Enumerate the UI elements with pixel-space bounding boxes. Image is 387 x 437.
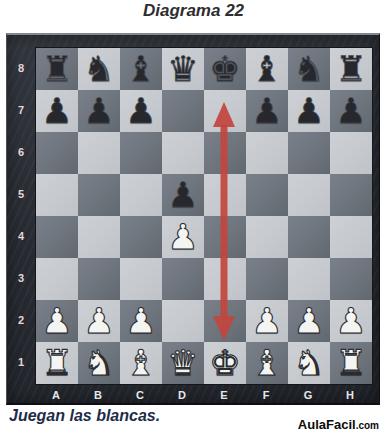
square-e7: [204, 90, 246, 132]
square-f8: ♝: [246, 48, 288, 90]
white-king: ♚: [204, 342, 246, 384]
square-e2: [204, 300, 246, 342]
square-b7: ♟: [78, 90, 120, 132]
square-b8: ♞: [78, 48, 120, 90]
black-bishop: ♝: [246, 48, 288, 90]
square-h5: [330, 174, 372, 216]
file-label-E: E: [203, 384, 245, 405]
square-h1: ♜: [330, 342, 372, 384]
square-f6: [246, 132, 288, 174]
square-c6: [120, 132, 162, 174]
square-g3: [288, 258, 330, 300]
square-a2: ♟: [36, 300, 78, 342]
black-bishop: ♝: [120, 48, 162, 90]
square-f4: [246, 216, 288, 258]
brand-suffix: .com: [356, 420, 379, 431]
square-d8: ♛: [162, 48, 204, 90]
white-queen: ♛: [162, 342, 204, 384]
file-label-D: D: [161, 384, 203, 405]
black-queen: ♛: [162, 48, 204, 90]
square-c5: [120, 174, 162, 216]
square-b2: ♟: [78, 300, 120, 342]
square-d1: ♛: [162, 342, 204, 384]
rank-label-4: 4: [7, 215, 35, 257]
rank-label-3: 3: [7, 257, 35, 299]
black-rook: ♜: [36, 48, 78, 90]
square-e8: ♚: [204, 48, 246, 90]
square-g7: ♟: [288, 90, 330, 132]
rank-label-6: 6: [7, 131, 35, 173]
black-king: ♚: [204, 48, 246, 90]
square-g4: [288, 216, 330, 258]
file-label-H: H: [329, 384, 371, 405]
square-h6: [330, 132, 372, 174]
square-e4: [204, 216, 246, 258]
square-g8: ♞: [288, 48, 330, 90]
square-h2: ♟: [330, 300, 372, 342]
square-h8: ♜: [330, 48, 372, 90]
square-d3: [162, 258, 204, 300]
square-b4: [78, 216, 120, 258]
square-h4: [330, 216, 372, 258]
file-label-C: C: [119, 384, 161, 405]
black-pawn: ♟: [120, 90, 162, 132]
black-rook: ♜: [330, 48, 372, 90]
file-label-F: F: [245, 384, 287, 405]
white-pawn: ♟: [120, 300, 162, 342]
file-label-B: B: [77, 384, 119, 405]
square-d6: [162, 132, 204, 174]
rank-labels: 87654321: [7, 47, 35, 383]
square-g2: ♟: [288, 300, 330, 342]
black-pawn: ♟: [78, 90, 120, 132]
square-c8: ♝: [120, 48, 162, 90]
square-f2: ♟: [246, 300, 288, 342]
rank-label-1: 1: [7, 341, 35, 383]
black-pawn: ♟: [36, 90, 78, 132]
brand-name: AulaFacil: [298, 417, 356, 432]
square-c2: ♟: [120, 300, 162, 342]
black-pawn: ♟: [288, 90, 330, 132]
square-c4: [120, 216, 162, 258]
square-d7: [162, 90, 204, 132]
square-b1: ♞: [78, 342, 120, 384]
file-label-G: G: [287, 384, 329, 405]
file-labels: ABCDEFGH: [35, 384, 371, 405]
square-f3: [246, 258, 288, 300]
square-f1: ♝: [246, 342, 288, 384]
square-e3: [204, 258, 246, 300]
square-a3: [36, 258, 78, 300]
square-a1: ♜: [36, 342, 78, 384]
square-b3: [78, 258, 120, 300]
rank-label-8: 8: [7, 47, 35, 89]
square-h7: ♟: [330, 90, 372, 132]
square-a8: ♜: [36, 48, 78, 90]
square-e1: ♚: [204, 342, 246, 384]
square-c3: [120, 258, 162, 300]
square-e5: [204, 174, 246, 216]
aulafacil-logo: AulaFacil.com: [298, 417, 379, 432]
square-b6: [78, 132, 120, 174]
square-d2: [162, 300, 204, 342]
black-knight: ♞: [288, 48, 330, 90]
diagram-title: Diagrama 22: [0, 1, 387, 21]
black-knight: ♞: [78, 48, 120, 90]
square-a4: [36, 216, 78, 258]
square-f7: ♟: [246, 90, 288, 132]
file-label-A: A: [35, 384, 77, 405]
white-pawn: ♟: [288, 300, 330, 342]
square-g6: [288, 132, 330, 174]
square-a6: [36, 132, 78, 174]
square-a5: [36, 174, 78, 216]
square-c7: ♟: [120, 90, 162, 132]
square-b5: [78, 174, 120, 216]
board-squares: ♜♞♝♛♚♝♞♜♟♟♟♟♟♟♟♟♟♟♟♟♟♟♜♞♝♛♚♝♞♜: [35, 47, 373, 385]
white-pawn: ♟: [330, 300, 372, 342]
white-bishop: ♝: [120, 342, 162, 384]
square-h3: [330, 258, 372, 300]
rank-label-7: 7: [7, 89, 35, 131]
square-a7: ♟: [36, 90, 78, 132]
move-indicator-caption: Juegan las blancas.: [9, 407, 160, 425]
white-knight: ♞: [78, 342, 120, 384]
white-pawn: ♟: [78, 300, 120, 342]
white-bishop: ♝: [246, 342, 288, 384]
rank-label-5: 5: [7, 173, 35, 215]
square-g5: [288, 174, 330, 216]
white-rook: ♜: [36, 342, 78, 384]
white-pawn: ♟: [36, 300, 78, 342]
chess-board: 87654321 ♜♞♝♛♚♝♞♜♟♟♟♟♟♟♟♟♟♟♟♟♟♟♜♞♝♛♚♝♞♜ …: [6, 33, 380, 405]
black-pawn: ♟: [246, 90, 288, 132]
rank-label-2: 2: [7, 299, 35, 341]
diagram-page: Diagrama 22 87654321 ♜♞♝♛♚♝♞♜♟♟♟♟♟♟♟♟♟♟♟…: [0, 0, 387, 437]
square-f5: [246, 174, 288, 216]
square-d5: ♟: [162, 174, 204, 216]
square-e6: [204, 132, 246, 174]
square-d4: ♟: [162, 216, 204, 258]
white-pawn: ♟: [162, 216, 204, 258]
black-pawn: ♟: [162, 174, 204, 216]
square-g1: ♞: [288, 342, 330, 384]
white-knight: ♞: [288, 342, 330, 384]
white-pawn: ♟: [246, 300, 288, 342]
black-pawn: ♟: [330, 90, 372, 132]
white-rook: ♜: [330, 342, 372, 384]
square-c1: ♝: [120, 342, 162, 384]
